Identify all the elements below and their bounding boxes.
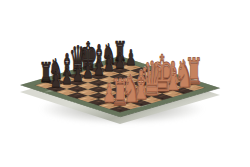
piece-black-pawn[interactable]: ♟: [93, 56, 104, 77]
piece-black-pawn[interactable]: ♟: [51, 69, 62, 90]
piece-white-rook[interactable]: ♜: [111, 75, 129, 111]
piece-black-pawn[interactable]: ♟: [72, 62, 83, 83]
piece-black-pawn[interactable]: ♟: [83, 59, 94, 80]
piece-black-pawn[interactable]: ♟: [62, 66, 73, 87]
chess-set-photo: ♜♞♝♛♚♝♞♜♟♟♟♟♟♟♟♟♟♟♟♟♟♟♟♟♜♞♝♛♚♝♞♜: [0, 0, 250, 167]
